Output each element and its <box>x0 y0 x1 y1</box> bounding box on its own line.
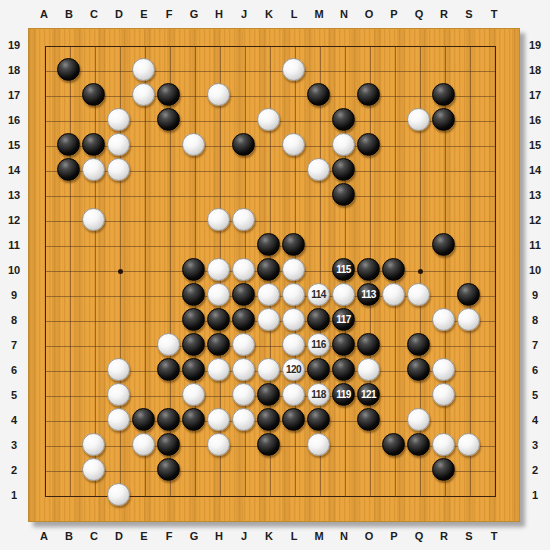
white-stone-H12[interactable] <box>207 208 230 231</box>
coordinate-label-top: D <box>111 7 127 21</box>
coordinate-label-right: 2 <box>524 463 546 477</box>
coordinate-label-bottom: G <box>186 529 202 543</box>
white-stone-H10[interactable] <box>207 258 230 281</box>
white-stone-M7[interactable]: 116 <box>307 333 330 356</box>
grid-line <box>470 46 471 497</box>
coordinate-label-right: 15 <box>524 138 546 152</box>
white-stone-D15[interactable] <box>107 133 130 156</box>
coordinate-label-right: 14 <box>524 163 546 177</box>
black-stone-F3[interactable] <box>157 433 180 456</box>
black-stone-G4[interactable] <box>182 408 205 431</box>
coordinate-label-right: 17 <box>524 88 546 102</box>
coordinate-label-bottom: J <box>236 529 252 543</box>
black-stone-K10[interactable] <box>257 258 280 281</box>
white-stone-M3[interactable] <box>307 433 330 456</box>
move-number-label: 119 <box>336 390 351 400</box>
black-stone-O7[interactable] <box>357 333 380 356</box>
black-stone-N10[interactable]: 115 <box>332 258 355 281</box>
coordinate-label-left: 17 <box>3 88 25 102</box>
grid-line <box>70 46 71 497</box>
white-stone-R3[interactable] <box>432 433 455 456</box>
white-stone-R5[interactable] <box>432 383 455 406</box>
white-stone-C2[interactable] <box>82 458 105 481</box>
coordinate-label-left: 15 <box>3 138 25 152</box>
coordinate-label-top: R <box>436 7 452 21</box>
white-stone-L10[interactable] <box>282 258 305 281</box>
black-stone-M8[interactable] <box>307 308 330 331</box>
move-number-label: 121 <box>361 390 376 400</box>
star-point <box>118 269 123 274</box>
black-stone-C17[interactable] <box>82 83 105 106</box>
black-stone-H8[interactable] <box>207 308 230 331</box>
black-stone-P3[interactable] <box>382 433 405 456</box>
coordinate-label-bottom: T <box>486 529 502 543</box>
white-stone-M5[interactable]: 118 <box>307 383 330 406</box>
go-game-screenshot: { "game": "go", "board": { "size": 19, "… <box>0 0 550 550</box>
black-stone-O4[interactable] <box>357 408 380 431</box>
white-stone-D5[interactable] <box>107 383 130 406</box>
white-stone-F7[interactable] <box>157 333 180 356</box>
coordinate-label-bottom: R <box>436 529 452 543</box>
black-stone-L4[interactable] <box>282 408 305 431</box>
coordinate-label-bottom: B <box>61 529 77 543</box>
coordinate-label-right: 12 <box>524 213 546 227</box>
white-stone-N9[interactable] <box>332 283 355 306</box>
coordinate-label-right: 13 <box>524 188 546 202</box>
coordinate-label-right: 9 <box>524 288 546 302</box>
black-stone-K5[interactable] <box>257 383 280 406</box>
white-stone-M9[interactable]: 114 <box>307 283 330 306</box>
coordinate-label-bottom: E <box>136 529 152 543</box>
move-number-label: 115 <box>336 265 351 275</box>
coordinate-label-bottom: A <box>36 529 52 543</box>
black-stone-C15[interactable] <box>82 133 105 156</box>
coordinate-label-top: F <box>161 7 177 21</box>
coordinate-label-right: 10 <box>524 263 546 277</box>
coordinate-label-top: N <box>336 7 352 21</box>
white-stone-D6[interactable] <box>107 358 130 381</box>
coordinate-label-left: 4 <box>3 413 25 427</box>
grid-line <box>45 46 46 497</box>
coordinate-label-top: K <box>261 7 277 21</box>
coordinate-label-bottom: K <box>261 529 277 543</box>
black-stone-N13[interactable] <box>332 183 355 206</box>
coordinate-label-left: 9 <box>3 288 25 302</box>
black-stone-F16[interactable] <box>157 108 180 131</box>
black-stone-G9[interactable] <box>182 283 205 306</box>
black-stone-N16[interactable] <box>332 108 355 131</box>
white-stone-L9[interactable] <box>282 283 305 306</box>
white-stone-E18[interactable] <box>132 58 155 81</box>
white-stone-J5[interactable] <box>232 383 255 406</box>
coordinate-label-right: 5 <box>524 388 546 402</box>
coordinate-label-bottom: L <box>286 529 302 543</box>
black-stone-K3[interactable] <box>257 433 280 456</box>
white-stone-C3[interactable] <box>82 433 105 456</box>
coordinate-label-bottom: H <box>211 529 227 543</box>
black-stone-G6[interactable] <box>182 358 205 381</box>
white-stone-R8[interactable] <box>432 308 455 331</box>
white-stone-L18[interactable] <box>282 58 305 81</box>
coordinate-label-top: S <box>461 7 477 21</box>
white-stone-J6[interactable] <box>232 358 255 381</box>
coordinate-label-bottom: Q <box>411 529 427 543</box>
white-stone-S8[interactable] <box>457 308 480 331</box>
coordinate-label-top: B <box>61 7 77 21</box>
coordinate-label-top: O <box>361 7 377 21</box>
coordinate-label-top: Q <box>411 7 427 21</box>
coordinate-label-top: A <box>36 7 52 21</box>
grid-line <box>95 46 96 497</box>
black-stone-N6[interactable] <box>332 358 355 381</box>
coordinate-label-left: 7 <box>3 338 25 352</box>
black-stone-L11[interactable] <box>282 233 305 256</box>
white-stone-D16[interactable] <box>107 108 130 131</box>
move-number-label: 118 <box>311 390 326 400</box>
black-stone-N8[interactable]: 117 <box>332 308 355 331</box>
white-stone-Q16[interactable] <box>407 108 430 131</box>
black-stone-Q6[interactable] <box>407 358 430 381</box>
grid-line <box>495 46 496 497</box>
white-stone-K8[interactable] <box>257 308 280 331</box>
coordinate-label-right: 6 <box>524 363 546 377</box>
black-stone-K11[interactable] <box>257 233 280 256</box>
black-stone-R11[interactable] <box>432 233 455 256</box>
black-stone-O9[interactable]: 113 <box>357 283 380 306</box>
black-stone-M6[interactable] <box>307 358 330 381</box>
coordinate-label-left: 13 <box>3 188 25 202</box>
move-number-label: 113 <box>361 290 376 300</box>
white-stone-K16[interactable] <box>257 108 280 131</box>
coordinate-label-right: 4 <box>524 413 546 427</box>
move-number-label: 116 <box>311 340 326 350</box>
coordinate-label-left: 16 <box>3 113 25 127</box>
white-stone-R6[interactable] <box>432 358 455 381</box>
black-stone-R2[interactable] <box>432 458 455 481</box>
white-stone-N15[interactable] <box>332 133 355 156</box>
white-stone-D1[interactable] <box>107 483 130 506</box>
white-stone-L8[interactable] <box>282 308 305 331</box>
coordinate-label-right: 8 <box>524 313 546 327</box>
white-stone-M14[interactable] <box>307 158 330 181</box>
white-stone-P9[interactable] <box>382 283 405 306</box>
white-stone-J4[interactable] <box>232 408 255 431</box>
white-stone-L5[interactable] <box>282 383 305 406</box>
coordinate-label-bottom: C <box>86 529 102 543</box>
white-stone-G15[interactable] <box>182 133 205 156</box>
white-stone-S3[interactable] <box>457 433 480 456</box>
coordinate-label-right: 11 <box>524 238 546 252</box>
white-stone-J10[interactable] <box>232 258 255 281</box>
coordinate-label-left: 3 <box>3 438 25 452</box>
coordinate-label-right: 18 <box>524 63 546 77</box>
white-stone-L7[interactable] <box>282 333 305 356</box>
black-stone-K4[interactable] <box>257 408 280 431</box>
move-number-label: 120 <box>286 365 301 375</box>
coordinate-label-bottom: M <box>311 529 327 543</box>
black-stone-J15[interactable] <box>232 133 255 156</box>
black-stone-B15[interactable] <box>57 133 80 156</box>
coordinate-label-bottom: S <box>461 529 477 543</box>
white-stone-H6[interactable] <box>207 358 230 381</box>
coordinate-label-left: 2 <box>3 463 25 477</box>
black-stone-G8[interactable] <box>182 308 205 331</box>
black-stone-J9[interactable] <box>232 283 255 306</box>
black-stone-N14[interactable] <box>332 158 355 181</box>
white-stone-H17[interactable] <box>207 83 230 106</box>
white-stone-L6[interactable]: 120 <box>282 358 305 381</box>
move-number-label: 114 <box>311 290 326 300</box>
coordinate-label-left: 8 <box>3 313 25 327</box>
coordinate-label-left: 6 <box>3 363 25 377</box>
coordinate-label-right: 7 <box>524 338 546 352</box>
black-stone-M4[interactable] <box>307 408 330 431</box>
coordinate-label-top: T <box>486 7 502 21</box>
black-stone-B18[interactable] <box>57 58 80 81</box>
coordinate-label-bottom: F <box>161 529 177 543</box>
coordinate-label-bottom: N <box>336 529 352 543</box>
coordinate-label-left: 5 <box>3 388 25 402</box>
black-stone-H7[interactable] <box>207 333 230 356</box>
white-stone-K9[interactable] <box>257 283 280 306</box>
coordinate-label-top: M <box>311 7 327 21</box>
black-stone-O10[interactable] <box>357 258 380 281</box>
coordinate-label-bottom: P <box>386 529 402 543</box>
white-stone-H3[interactable] <box>207 433 230 456</box>
white-stone-G5[interactable] <box>182 383 205 406</box>
coordinate-label-right: 16 <box>524 113 546 127</box>
move-number-label: 117 <box>336 315 351 325</box>
coordinate-label-left: 1 <box>3 488 25 502</box>
white-stone-D4[interactable] <box>107 408 130 431</box>
coordinate-label-top: J <box>236 7 252 21</box>
coordinate-label-top: G <box>186 7 202 21</box>
coordinate-label-left: 18 <box>3 63 25 77</box>
coordinate-label-top: E <box>136 7 152 21</box>
black-stone-F2[interactable] <box>157 458 180 481</box>
black-stone-E4[interactable] <box>132 408 155 431</box>
white-stone-J12[interactable] <box>232 208 255 231</box>
white-stone-C12[interactable] <box>82 208 105 231</box>
black-stone-N7[interactable] <box>332 333 355 356</box>
black-stone-R16[interactable] <box>432 108 455 131</box>
black-stone-B14[interactable] <box>57 158 80 181</box>
coordinate-label-left: 10 <box>3 263 25 277</box>
white-stone-E3[interactable] <box>132 433 155 456</box>
white-stone-E17[interactable] <box>132 83 155 106</box>
black-stone-R17[interactable] <box>432 83 455 106</box>
black-stone-Q3[interactable] <box>407 433 430 456</box>
star-point <box>418 269 423 274</box>
coordinate-label-top: H <box>211 7 227 21</box>
black-stone-S9[interactable] <box>457 283 480 306</box>
coordinate-label-right: 19 <box>524 38 546 52</box>
coordinate-label-left: 19 <box>3 38 25 52</box>
white-stone-Q9[interactable] <box>407 283 430 306</box>
white-stone-J7[interactable] <box>232 333 255 356</box>
coordinate-label-top: P <box>386 7 402 21</box>
black-stone-O15[interactable] <box>357 133 380 156</box>
white-stone-H4[interactable] <box>207 408 230 431</box>
white-stone-Q4[interactable] <box>407 408 430 431</box>
black-stone-G7[interactable] <box>182 333 205 356</box>
black-stone-O5[interactable]: 121 <box>357 383 380 406</box>
coordinate-label-left: 11 <box>3 238 25 252</box>
black-stone-F4[interactable] <box>157 408 180 431</box>
white-stone-C14[interactable] <box>82 158 105 181</box>
black-stone-Q7[interactable] <box>407 333 430 356</box>
coordinate-label-top: C <box>86 7 102 21</box>
black-stone-F6[interactable] <box>157 358 180 381</box>
coordinate-label-top: L <box>286 7 302 21</box>
black-stone-G10[interactable] <box>182 258 205 281</box>
coordinate-label-left: 12 <box>3 213 25 227</box>
coordinate-label-bottom: O <box>361 529 377 543</box>
black-stone-F17[interactable] <box>157 83 180 106</box>
black-stone-N5[interactable]: 119 <box>332 383 355 406</box>
white-stone-L15[interactable] <box>282 133 305 156</box>
black-stone-J8[interactable] <box>232 308 255 331</box>
coordinate-label-right: 1 <box>524 488 546 502</box>
black-stone-P10[interactable] <box>382 258 405 281</box>
coordinate-label-bottom: D <box>111 529 127 543</box>
white-stone-H9[interactable] <box>207 283 230 306</box>
coordinate-label-right: 3 <box>524 438 546 452</box>
white-stone-K6[interactable] <box>257 358 280 381</box>
white-stone-O6[interactable] <box>357 358 380 381</box>
black-stone-O17[interactable] <box>357 83 380 106</box>
coordinate-label-left: 14 <box>3 163 25 177</box>
black-stone-M17[interactable] <box>307 83 330 106</box>
white-stone-D14[interactable] <box>107 158 130 181</box>
